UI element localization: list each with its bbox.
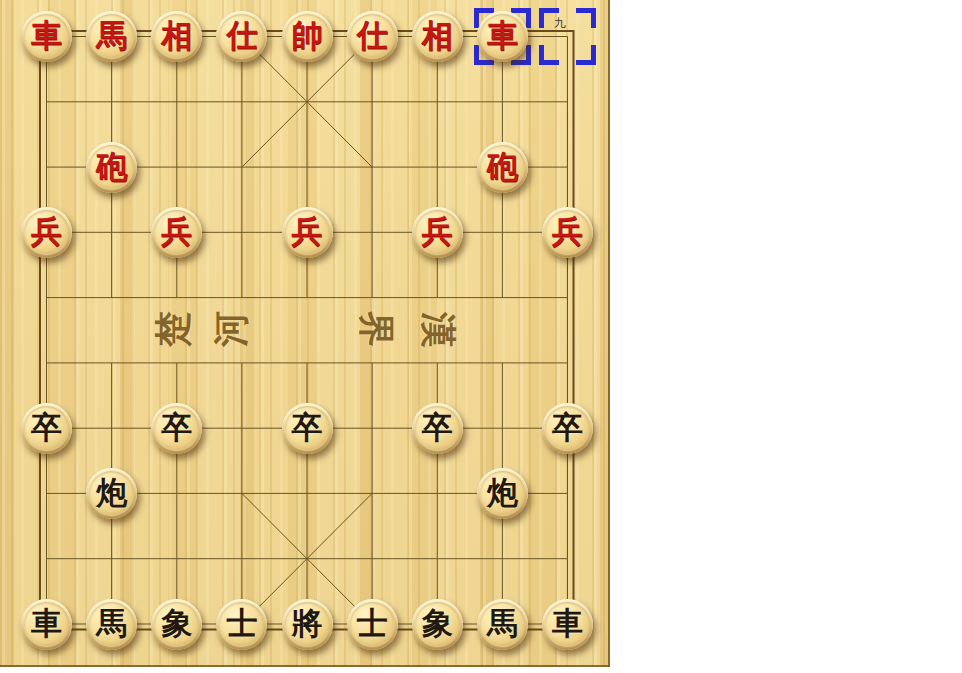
black-soldier-3-glyph: 卒: [292, 412, 323, 443]
red-horse-left-glyph: 馬: [96, 20, 127, 51]
river-label: 界: [351, 311, 400, 347]
black-horse-left[interactable]: 馬: [86, 599, 137, 650]
river-label: 楚: [149, 311, 198, 347]
black-soldier-5[interactable]: 卒: [542, 403, 593, 454]
black-horse-right[interactable]: 馬: [477, 599, 528, 650]
black-chariot-right-glyph: 車: [552, 608, 583, 639]
red-chariot-left[interactable]: 車: [21, 11, 72, 62]
red-general-glyph: 帥: [292, 20, 323, 51]
red-elephant-right-glyph: 相: [422, 20, 453, 51]
black-chariot-right[interactable]: 車: [542, 599, 593, 650]
bracket-corner-icon: [576, 45, 596, 65]
black-elephant-left-glyph: 象: [161, 608, 192, 639]
red-elephant-left-glyph: 相: [161, 20, 192, 51]
black-soldier-4[interactable]: 卒: [412, 403, 463, 454]
red-horse-left[interactable]: 馬: [86, 11, 137, 62]
black-advisor-right-glyph: 士: [357, 608, 388, 639]
red-soldier-1-glyph: 兵: [31, 216, 62, 247]
red-soldier-5[interactable]: 兵: [542, 207, 593, 258]
river-label: 漢: [413, 312, 462, 348]
red-soldier-3-glyph: 兵: [292, 216, 323, 247]
black-cannon-left[interactable]: 炮: [86, 468, 137, 519]
black-advisor-left[interactable]: 士: [216, 599, 267, 650]
red-elephant-left[interactable]: 相: [151, 11, 202, 62]
red-advisor-left-glyph: 仕: [226, 20, 257, 51]
bracket-corner-icon: [576, 8, 596, 28]
black-soldier-1-glyph: 卒: [31, 412, 62, 443]
black-horse-right-glyph: 馬: [487, 608, 518, 639]
red-chariot-right[interactable]: 車: [477, 11, 528, 62]
bracket-corner-icon: [539, 45, 559, 65]
black-general[interactable]: 將: [282, 599, 333, 650]
black-elephant-right-glyph: 象: [422, 608, 453, 639]
red-soldier-2-glyph: 兵: [161, 216, 192, 247]
black-chariot-left-glyph: 車: [31, 608, 62, 639]
river-label: 河: [207, 311, 256, 347]
red-cannon-left[interactable]: 砲: [86, 142, 137, 193]
red-soldier-2[interactable]: 兵: [151, 207, 202, 258]
red-chariot-right-glyph: 車: [487, 20, 518, 51]
red-soldier-4[interactable]: 兵: [412, 207, 463, 258]
black-advisor-left-glyph: 士: [226, 608, 257, 639]
app-window: 車馬相仕帥仕相車砲砲兵兵兵兵兵卒卒卒卒卒炮炮車馬象士將士象馬車 九 楚河界漢: [0, 0, 962, 673]
black-advisor-right[interactable]: 士: [347, 599, 398, 650]
black-soldier-2[interactable]: 卒: [151, 403, 202, 454]
red-cannon-left-glyph: 砲: [96, 151, 127, 182]
red-elephant-right[interactable]: 相: [412, 11, 463, 62]
red-general[interactable]: 帥: [282, 11, 333, 62]
black-cannon-left-glyph: 炮: [96, 477, 127, 508]
red-cannon-right[interactable]: 砲: [477, 142, 528, 193]
move-origin-marker: [539, 8, 596, 65]
black-soldier-3[interactable]: 卒: [282, 403, 333, 454]
black-general-glyph: 將: [292, 608, 323, 639]
red-soldier-4-glyph: 兵: [422, 216, 453, 247]
black-soldier-2-glyph: 卒: [161, 412, 192, 443]
black-soldier-5-glyph: 卒: [552, 412, 583, 443]
red-advisor-right-glyph: 仕: [357, 20, 388, 51]
black-elephant-right[interactable]: 象: [412, 599, 463, 650]
xiangqi-board[interactable]: 車馬相仕帥仕相車砲砲兵兵兵兵兵卒卒卒卒卒炮炮車馬象士將士象馬車 九 楚河界漢: [0, 0, 610, 667]
black-elephant-left[interactable]: 象: [151, 599, 202, 650]
red-advisor-right[interactable]: 仕: [347, 11, 398, 62]
red-soldier-5-glyph: 兵: [552, 216, 583, 247]
red-advisor-left[interactable]: 仕: [216, 11, 267, 62]
black-soldier-1[interactable]: 卒: [21, 403, 72, 454]
red-chariot-left-glyph: 車: [31, 20, 62, 51]
red-soldier-3[interactable]: 兵: [282, 207, 333, 258]
black-horse-left-glyph: 馬: [96, 608, 127, 639]
red-soldier-1[interactable]: 兵: [21, 207, 72, 258]
black-chariot-left[interactable]: 車: [21, 599, 72, 650]
red-cannon-right-glyph: 砲: [487, 151, 518, 182]
piece-layer: 車馬相仕帥仕相車砲砲兵兵兵兵兵卒卒卒卒卒炮炮車馬象士將士象馬車: [14, 4, 600, 657]
black-cannon-right[interactable]: 炮: [477, 468, 528, 519]
black-soldier-4-glyph: 卒: [422, 412, 453, 443]
file-number-label: 九: [554, 15, 566, 32]
black-cannon-right-glyph: 炮: [487, 477, 518, 508]
